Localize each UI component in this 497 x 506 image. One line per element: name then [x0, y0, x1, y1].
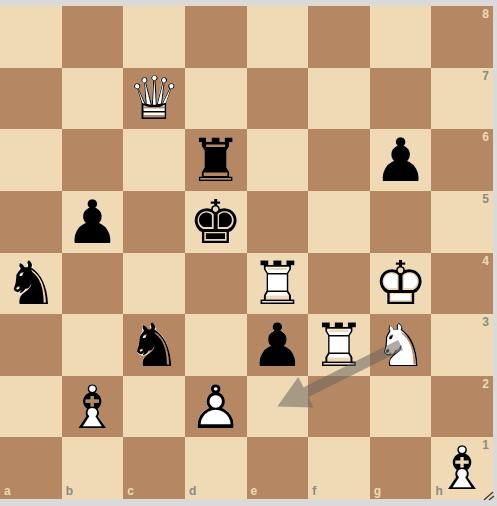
- file-label-c: c: [127, 484, 134, 498]
- square-h5[interactable]: 5: [431, 191, 493, 253]
- square-h7[interactable]: 7: [431, 68, 493, 130]
- square-e3[interactable]: ♙♟: [247, 314, 309, 376]
- square-f7[interactable]: [308, 68, 370, 130]
- square-c4[interactable]: [123, 253, 185, 315]
- black-pawn[interactable]: ♙♟: [247, 314, 309, 376]
- square-a6[interactable]: [0, 129, 62, 191]
- white-king-glyph: ♔: [374, 253, 428, 313]
- square-e1[interactable]: e: [247, 437, 309, 499]
- square-h4[interactable]: 4: [431, 253, 493, 315]
- black-pawn-glyph: ♟: [374, 130, 428, 190]
- file-label-g: g: [374, 484, 381, 498]
- square-d8[interactable]: [185, 6, 247, 68]
- chess-board: 8♛♕7♖♜♙♟6♙♟♔♚5♘♞♜♖♚♔4♘♞♙♟♜♖♞♘3♝♗♟♙2abcde…: [0, 6, 493, 499]
- square-c5[interactable]: [123, 191, 185, 253]
- white-rook-glyph: ♖: [250, 253, 304, 313]
- file-label-b: b: [66, 484, 73, 498]
- white-knight-glyph: ♘: [374, 315, 428, 375]
- square-f1[interactable]: f: [308, 437, 370, 499]
- page: { "game": "chess", "position": "8/2Q5/3r…: [0, 0, 497, 506]
- square-c6[interactable]: [123, 129, 185, 191]
- black-king[interactable]: ♔♚: [185, 191, 247, 253]
- black-knight-glyph: ♞: [127, 315, 181, 375]
- square-c1[interactable]: c: [123, 437, 185, 499]
- square-d4[interactable]: [185, 253, 247, 315]
- rank-label-2: 2: [482, 377, 489, 391]
- black-pawn[interactable]: ♙♟: [370, 129, 432, 191]
- square-f5[interactable]: [308, 191, 370, 253]
- square-b7[interactable]: [62, 68, 124, 130]
- square-h3[interactable]: 3: [431, 314, 493, 376]
- square-b5[interactable]: ♙♟: [62, 191, 124, 253]
- square-b8[interactable]: [62, 6, 124, 68]
- square-a4[interactable]: ♘♞: [0, 253, 62, 315]
- black-knight[interactable]: ♘♞: [123, 314, 185, 376]
- square-d3[interactable]: [185, 314, 247, 376]
- black-pawn-glyph: ♟: [250, 315, 304, 375]
- square-b2[interactable]: ♝♗: [62, 376, 124, 438]
- white-knight[interactable]: ♞♘: [370, 314, 432, 376]
- square-h6[interactable]: 6: [431, 129, 493, 191]
- square-h2[interactable]: 2: [431, 376, 493, 438]
- square-a5[interactable]: [0, 191, 62, 253]
- square-b4[interactable]: [62, 253, 124, 315]
- square-d5[interactable]: ♔♚: [185, 191, 247, 253]
- file-label-d: d: [189, 484, 196, 498]
- square-a1[interactable]: a: [0, 437, 62, 499]
- white-bishop-glyph: ♗: [435, 438, 489, 498]
- square-d2[interactable]: ♟♙: [185, 376, 247, 438]
- white-bishop-glyph: ♗: [66, 377, 120, 437]
- black-king-glyph: ♚: [189, 192, 243, 252]
- rank-label-6: 6: [482, 130, 489, 144]
- board-resize-handle[interactable]: [482, 490, 496, 502]
- black-knight-glyph: ♞: [4, 253, 58, 313]
- white-rook[interactable]: ♜♖: [247, 253, 309, 315]
- black-pawn-glyph: ♟: [66, 192, 120, 252]
- square-c8[interactable]: [123, 6, 185, 68]
- white-queen[interactable]: ♛♕: [123, 68, 185, 130]
- white-pawn[interactable]: ♟♙: [185, 376, 247, 438]
- square-g8[interactable]: [370, 6, 432, 68]
- square-a2[interactable]: [0, 376, 62, 438]
- file-label-e: e: [251, 484, 258, 498]
- file-label-f: f: [312, 484, 316, 498]
- square-c2[interactable]: [123, 376, 185, 438]
- square-g1[interactable]: g: [370, 437, 432, 499]
- square-g5[interactable]: [370, 191, 432, 253]
- square-f6[interactable]: [308, 129, 370, 191]
- white-king[interactable]: ♚♔: [370, 253, 432, 315]
- square-e6[interactable]: [247, 129, 309, 191]
- square-b6[interactable]: [62, 129, 124, 191]
- square-b1[interactable]: b: [62, 437, 124, 499]
- square-a3[interactable]: [0, 314, 62, 376]
- white-bishop[interactable]: ♝♗: [62, 376, 124, 438]
- black-rook[interactable]: ♖♜: [185, 129, 247, 191]
- square-g2[interactable]: [370, 376, 432, 438]
- square-g6[interactable]: ♙♟: [370, 129, 432, 191]
- black-rook-glyph: ♜: [189, 130, 243, 190]
- square-d7[interactable]: [185, 68, 247, 130]
- square-f4[interactable]: [308, 253, 370, 315]
- square-b3[interactable]: [62, 314, 124, 376]
- white-queen-glyph: ♕: [127, 68, 181, 128]
- square-a8[interactable]: [0, 6, 62, 68]
- square-f3[interactable]: ♜♖: [308, 314, 370, 376]
- square-d6[interactable]: ♖♜: [185, 129, 247, 191]
- square-e7[interactable]: [247, 68, 309, 130]
- square-h8[interactable]: 8: [431, 6, 493, 68]
- white-rook[interactable]: ♜♖: [308, 314, 370, 376]
- square-e8[interactable]: [247, 6, 309, 68]
- white-rook-glyph: ♖: [312, 315, 366, 375]
- black-knight[interactable]: ♘♞: [0, 253, 62, 315]
- black-pawn[interactable]: ♙♟: [62, 191, 124, 253]
- rank-label-5: 5: [482, 192, 489, 206]
- file-label-a: a: [4, 484, 11, 498]
- rank-label-4: 4: [482, 254, 489, 268]
- square-c7[interactable]: ♛♕: [123, 68, 185, 130]
- square-g3[interactable]: ♞♘: [370, 314, 432, 376]
- rank-label-3: 3: [482, 315, 489, 329]
- square-c3[interactable]: ♘♞: [123, 314, 185, 376]
- square-a7[interactable]: [0, 68, 62, 130]
- square-g7[interactable]: [370, 68, 432, 130]
- square-e4[interactable]: ♜♖: [247, 253, 309, 315]
- square-f2[interactable]: [308, 376, 370, 438]
- rank-label-7: 7: [482, 69, 489, 83]
- square-e2[interactable]: [247, 376, 309, 438]
- square-f8[interactable]: [308, 6, 370, 68]
- square-g4[interactable]: ♚♔: [370, 253, 432, 315]
- white-pawn-glyph: ♙: [189, 377, 243, 437]
- square-d1[interactable]: d: [185, 437, 247, 499]
- square-e5[interactable]: [247, 191, 309, 253]
- rank-label-8: 8: [482, 7, 489, 21]
